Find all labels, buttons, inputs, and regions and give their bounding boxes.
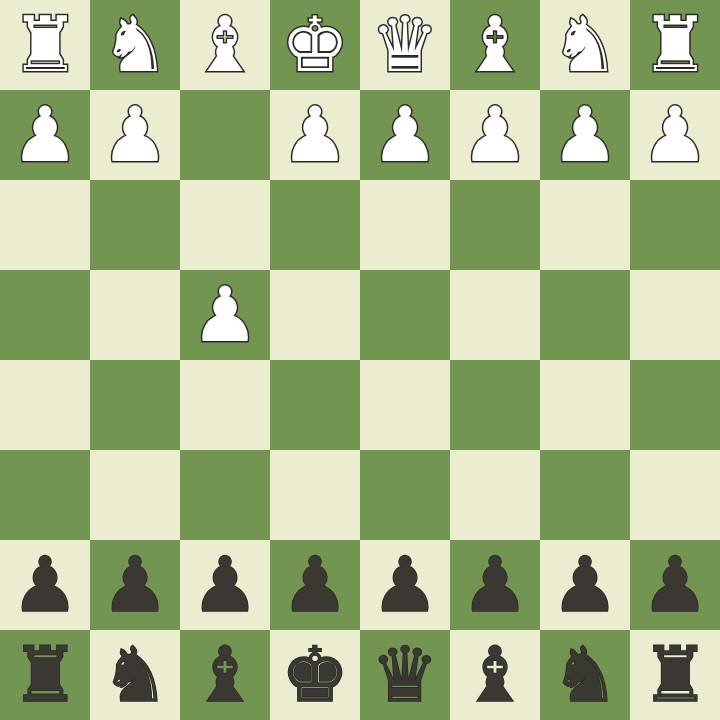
square-a7[interactable]: ♟ — [630, 540, 720, 630]
square-a1[interactable]: ♜ — [630, 0, 720, 90]
black-queen-d8[interactable]: ♛ — [371, 630, 439, 720]
square-e6[interactable] — [270, 450, 360, 540]
square-c7[interactable]: ♟ — [450, 540, 540, 630]
black-bishop-c8[interactable]: ♝ — [461, 630, 529, 720]
square-e8[interactable]: ♚ — [270, 630, 360, 720]
chess-board: ♜♞♝♚♛♝♞♜♟♟♟♟♟♟♟♟♟♟♟♟♟♟♟♟♜♞♝♚♛♝♞♜ — [0, 0, 720, 720]
square-d7[interactable]: ♟ — [360, 540, 450, 630]
square-b2[interactable]: ♟ — [540, 90, 630, 180]
square-f4[interactable]: ♟ — [180, 270, 270, 360]
square-e5[interactable] — [270, 360, 360, 450]
white-bishop-f1[interactable]: ♝ — [191, 0, 259, 90]
white-bishop-c1[interactable]: ♝ — [461, 0, 529, 90]
white-knight-g1[interactable]: ♞ — [101, 0, 169, 90]
square-h8[interactable]: ♜ — [0, 630, 90, 720]
square-f3[interactable] — [180, 180, 270, 270]
square-c8[interactable]: ♝ — [450, 630, 540, 720]
square-d8[interactable]: ♛ — [360, 630, 450, 720]
square-f6[interactable] — [180, 450, 270, 540]
square-a2[interactable]: ♟ — [630, 90, 720, 180]
square-h4[interactable] — [0, 270, 90, 360]
black-pawn-d7[interactable]: ♟ — [371, 540, 439, 630]
white-pawn-d2[interactable]: ♟ — [371, 90, 439, 180]
square-g1[interactable]: ♞ — [90, 0, 180, 90]
square-a6[interactable] — [630, 450, 720, 540]
square-c4[interactable] — [450, 270, 540, 360]
square-e4[interactable] — [270, 270, 360, 360]
black-knight-b8[interactable]: ♞ — [551, 630, 619, 720]
black-rook-a8[interactable]: ♜ — [641, 630, 709, 720]
square-d1[interactable]: ♛ — [360, 0, 450, 90]
white-rook-h1[interactable]: ♜ — [11, 0, 79, 90]
square-h6[interactable] — [0, 450, 90, 540]
square-b5[interactable] — [540, 360, 630, 450]
square-f2[interactable] — [180, 90, 270, 180]
white-pawn-h2[interactable]: ♟ — [11, 90, 79, 180]
square-e3[interactable] — [270, 180, 360, 270]
square-c2[interactable]: ♟ — [450, 90, 540, 180]
black-pawn-e7[interactable]: ♟ — [281, 540, 349, 630]
square-a8[interactable]: ♜ — [630, 630, 720, 720]
square-d2[interactable]: ♟ — [360, 90, 450, 180]
square-h1[interactable]: ♜ — [0, 0, 90, 90]
square-a3[interactable] — [630, 180, 720, 270]
square-b3[interactable] — [540, 180, 630, 270]
square-d6[interactable] — [360, 450, 450, 540]
square-g8[interactable]: ♞ — [90, 630, 180, 720]
white-pawn-e2[interactable]: ♟ — [281, 90, 349, 180]
square-c1[interactable]: ♝ — [450, 0, 540, 90]
square-d3[interactable] — [360, 180, 450, 270]
square-f5[interactable] — [180, 360, 270, 450]
square-h7[interactable]: ♟ — [0, 540, 90, 630]
square-e1[interactable]: ♚ — [270, 0, 360, 90]
black-pawn-b7[interactable]: ♟ — [551, 540, 619, 630]
white-queen-d1[interactable]: ♛ — [371, 0, 439, 90]
square-g2[interactable]: ♟ — [90, 90, 180, 180]
square-b8[interactable]: ♞ — [540, 630, 630, 720]
square-b4[interactable] — [540, 270, 630, 360]
square-e7[interactable]: ♟ — [270, 540, 360, 630]
square-g7[interactable]: ♟ — [90, 540, 180, 630]
white-pawn-f4[interactable]: ♟ — [191, 270, 259, 360]
black-pawn-g7[interactable]: ♟ — [101, 540, 169, 630]
black-rook-h8[interactable]: ♜ — [11, 630, 79, 720]
white-pawn-b2[interactable]: ♟ — [551, 90, 619, 180]
square-c3[interactable] — [450, 180, 540, 270]
square-d4[interactable] — [360, 270, 450, 360]
white-pawn-a2[interactable]: ♟ — [641, 90, 709, 180]
square-f8[interactable]: ♝ — [180, 630, 270, 720]
square-e2[interactable]: ♟ — [270, 90, 360, 180]
square-a4[interactable] — [630, 270, 720, 360]
square-a5[interactable] — [630, 360, 720, 450]
square-b1[interactable]: ♞ — [540, 0, 630, 90]
square-f7[interactable]: ♟ — [180, 540, 270, 630]
square-h2[interactable]: ♟ — [0, 90, 90, 180]
square-c6[interactable] — [450, 450, 540, 540]
square-f1[interactable]: ♝ — [180, 0, 270, 90]
square-h5[interactable] — [0, 360, 90, 450]
square-b7[interactable]: ♟ — [540, 540, 630, 630]
square-b6[interactable] — [540, 450, 630, 540]
black-pawn-f7[interactable]: ♟ — [191, 540, 259, 630]
black-king-e8[interactable]: ♚ — [281, 630, 349, 720]
white-king-e1[interactable]: ♚ — [281, 0, 349, 90]
square-g5[interactable] — [90, 360, 180, 450]
black-pawn-c7[interactable]: ♟ — [461, 540, 529, 630]
black-knight-g8[interactable]: ♞ — [101, 630, 169, 720]
square-c5[interactable] — [450, 360, 540, 450]
black-pawn-h7[interactable]: ♟ — [11, 540, 79, 630]
white-pawn-g2[interactable]: ♟ — [101, 90, 169, 180]
white-knight-b1[interactable]: ♞ — [551, 0, 619, 90]
black-bishop-f8[interactable]: ♝ — [191, 630, 259, 720]
square-g4[interactable] — [90, 270, 180, 360]
square-d5[interactable] — [360, 360, 450, 450]
square-h3[interactable] — [0, 180, 90, 270]
white-rook-a1[interactable]: ♜ — [641, 0, 709, 90]
black-pawn-a7[interactable]: ♟ — [641, 540, 709, 630]
square-g6[interactable] — [90, 450, 180, 540]
square-g3[interactable] — [90, 180, 180, 270]
white-pawn-c2[interactable]: ♟ — [461, 90, 529, 180]
